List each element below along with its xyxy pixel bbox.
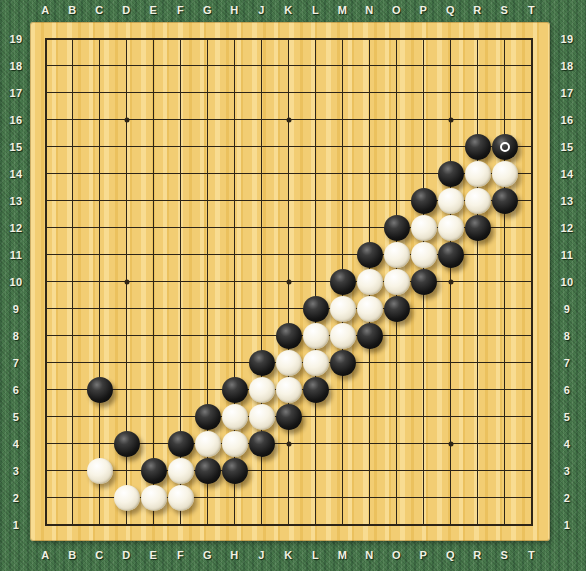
stone-black-P10[interactable] (411, 269, 437, 295)
stone-black-S13[interactable] (492, 188, 518, 214)
row-label-right-10: 10 (560, 276, 573, 288)
stone-black-H6[interactable] (222, 377, 248, 403)
col-label-bottom-Q: Q (446, 549, 455, 561)
col-label-bottom-L: L (312, 549, 319, 561)
stone-white-D2[interactable] (114, 485, 140, 511)
col-label-bottom-T: T (528, 549, 535, 561)
row-label-left-11: 11 (10, 249, 23, 261)
col-label-top-Q: Q (446, 4, 455, 16)
stone-black-Q14[interactable] (438, 161, 464, 187)
col-label-bottom-O: O (392, 549, 401, 561)
stone-black-H3[interactable] (222, 458, 248, 484)
stone-black-K8[interactable] (276, 323, 302, 349)
row-label-right-19: 19 (560, 33, 573, 45)
stone-black-J4[interactable] (249, 431, 275, 457)
row-label-right-5: 5 (564, 411, 571, 423)
row-label-right-18: 18 (560, 60, 573, 72)
row-label-right-7: 7 (564, 357, 571, 369)
stone-black-Q11[interactable] (438, 242, 464, 268)
col-label-top-D: D (122, 4, 130, 16)
hoshi-point-K16 (286, 117, 291, 122)
row-label-right-14: 14 (560, 168, 573, 180)
hoshi-point-D10 (124, 279, 129, 284)
stone-black-S15[interactable] (492, 134, 518, 160)
hoshi-point-D16 (124, 117, 129, 122)
row-label-left-1: 1 (13, 519, 20, 531)
col-label-bottom-D: D (122, 549, 130, 561)
row-label-left-4: 4 (13, 438, 20, 450)
stone-white-G4[interactable] (195, 431, 221, 457)
col-label-bottom-E: E (150, 549, 158, 561)
stone-black-L6[interactable] (303, 377, 329, 403)
stone-white-F3[interactable] (168, 458, 194, 484)
stone-black-F4[interactable] (168, 431, 194, 457)
col-label-top-K: K (284, 4, 292, 16)
row-label-right-12: 12 (560, 222, 573, 234)
col-label-top-S: S (501, 4, 509, 16)
stone-white-L8[interactable] (303, 323, 329, 349)
row-label-left-15: 15 (9, 141, 22, 153)
row-label-right-8: 8 (564, 330, 571, 342)
col-label-bottom-J: J (258, 549, 265, 561)
col-label-bottom-K: K (284, 549, 292, 561)
stone-black-C6[interactable] (87, 377, 113, 403)
row-label-left-9: 9 (13, 303, 20, 315)
stone-white-J6[interactable] (249, 377, 275, 403)
col-label-top-F: F (177, 4, 184, 16)
row-label-left-17: 17 (9, 87, 22, 99)
row-label-left-10: 10 (9, 276, 22, 288)
row-label-right-9: 9 (564, 303, 571, 315)
stone-black-K5[interactable] (276, 404, 302, 430)
row-label-right-6: 6 (564, 384, 571, 396)
col-label-top-B: B (68, 4, 76, 16)
stone-white-N9[interactable] (357, 296, 383, 322)
col-label-top-P: P (420, 4, 428, 16)
stone-white-Q12[interactable] (438, 215, 464, 241)
stone-white-N10[interactable] (357, 269, 383, 295)
stone-black-O12[interactable] (384, 215, 410, 241)
stone-white-L7[interactable] (303, 350, 329, 376)
stone-white-F2[interactable] (168, 485, 194, 511)
col-label-top-J: J (258, 4, 265, 16)
row-label-left-5: 5 (13, 411, 20, 423)
hoshi-point-K4 (286, 441, 291, 446)
col-label-top-R: R (473, 4, 481, 16)
col-label-bottom-P: P (420, 549, 428, 561)
row-label-right-1: 1 (564, 519, 571, 531)
col-label-top-T: T (528, 4, 535, 16)
row-label-right-17: 17 (560, 87, 573, 99)
row-label-left-3: 3 (13, 465, 20, 477)
row-label-right-13: 13 (560, 195, 573, 207)
row-label-left-18: 18 (9, 60, 22, 72)
stone-black-M7[interactable] (330, 350, 356, 376)
hoshi-point-K10 (286, 279, 291, 284)
stone-black-N11[interactable] (357, 242, 383, 268)
row-label-left-13: 13 (9, 195, 22, 207)
stone-white-R14[interactable] (465, 161, 491, 187)
col-label-top-H: H (230, 4, 238, 16)
stone-black-R15[interactable] (465, 134, 491, 160)
col-label-bottom-G: G (203, 549, 212, 561)
stone-white-O10[interactable] (384, 269, 410, 295)
hoshi-point-Q10 (448, 279, 453, 284)
col-label-top-L: L (312, 4, 319, 16)
col-label-bottom-H: H (230, 549, 238, 561)
row-label-left-14: 14 (9, 168, 22, 180)
hoshi-point-Q16 (448, 117, 453, 122)
hoshi-point-Q4 (448, 441, 453, 446)
stone-black-D4[interactable] (114, 431, 140, 457)
row-label-left-16: 16 (9, 114, 22, 126)
col-label-bottom-B: B (68, 549, 76, 561)
col-label-top-E: E (150, 4, 158, 16)
stone-black-G5[interactable] (195, 404, 221, 430)
stone-white-R13[interactable] (465, 188, 491, 214)
stone-white-S14[interactable] (492, 161, 518, 187)
stone-white-M8[interactable] (330, 323, 356, 349)
stone-black-R12[interactable] (465, 215, 491, 241)
row-label-left-7: 7 (13, 357, 20, 369)
row-label-left-2: 2 (13, 492, 20, 504)
row-label-right-11: 11 (561, 249, 574, 261)
col-label-bottom-M: M (338, 549, 348, 561)
stone-white-J5[interactable] (249, 404, 275, 430)
col-label-bottom-F: F (177, 549, 184, 561)
stone-black-P13[interactable] (411, 188, 437, 214)
stone-white-K7[interactable] (276, 350, 302, 376)
stone-white-E2[interactable] (141, 485, 167, 511)
stone-black-M10[interactable] (330, 269, 356, 295)
stone-white-O11[interactable] (384, 242, 410, 268)
go-board[interactable] (30, 22, 550, 541)
stone-black-O9[interactable] (384, 296, 410, 322)
col-label-top-M: M (338, 4, 348, 16)
row-label-left-8: 8 (13, 330, 20, 342)
col-label-bottom-R: R (473, 549, 481, 561)
row-label-left-6: 6 (13, 384, 20, 396)
stone-white-P12[interactable] (411, 215, 437, 241)
col-label-bottom-A: A (41, 549, 49, 561)
stone-black-E3[interactable] (141, 458, 167, 484)
stone-black-L9[interactable] (303, 296, 329, 322)
stone-white-K6[interactable] (276, 377, 302, 403)
go-app-window: AABBCCDDEEFFGGHHJJKKLLMMNNOOPPQQRRSSTT19… (0, 0, 586, 571)
col-label-bottom-S: S (501, 549, 509, 561)
row-label-right-4: 4 (564, 438, 571, 450)
stone-white-M9[interactable] (330, 296, 356, 322)
row-label-right-3: 3 (564, 465, 571, 477)
row-label-left-19: 19 (9, 33, 22, 45)
row-label-left-12: 12 (9, 222, 22, 234)
stone-white-Q13[interactable] (438, 188, 464, 214)
row-label-right-16: 16 (560, 114, 573, 126)
last-move-marker (500, 142, 510, 152)
stone-white-H4[interactable] (222, 431, 248, 457)
stone-white-P11[interactable] (411, 242, 437, 268)
col-label-top-N: N (365, 4, 373, 16)
col-label-bottom-C: C (95, 549, 103, 561)
stone-white-H5[interactable] (222, 404, 248, 430)
col-label-top-C: C (95, 4, 103, 16)
col-label-top-G: G (203, 4, 212, 16)
stone-white-C3[interactable] (87, 458, 113, 484)
row-label-right-15: 15 (560, 141, 573, 153)
row-label-right-2: 2 (564, 492, 571, 504)
stone-black-G3[interactable] (195, 458, 221, 484)
stone-black-J7[interactable] (249, 350, 275, 376)
col-label-bottom-N: N (365, 549, 373, 561)
stone-black-N8[interactable] (357, 323, 383, 349)
col-label-top-O: O (392, 4, 401, 16)
col-label-top-A: A (41, 4, 49, 16)
